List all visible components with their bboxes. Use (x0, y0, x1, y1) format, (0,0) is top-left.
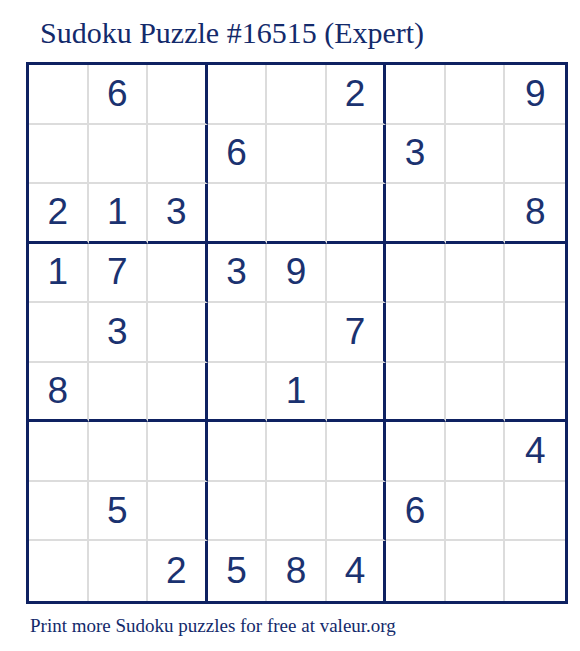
cell-r5c7-empty (386, 303, 446, 363)
cell-r1c6-given: 2 (327, 65, 387, 125)
cell-r9c1-empty (29, 541, 89, 601)
cell-r8c4-empty (208, 482, 268, 542)
cell-r1c7-empty (386, 65, 446, 125)
cell-r1c3-empty (148, 65, 208, 125)
cell-r8c8-empty (446, 482, 506, 542)
cell-r5c3-empty (148, 303, 208, 363)
cell-r6c9-empty (505, 363, 565, 423)
sudoku-printable-page: Sudoku Puzzle #16515 (Expert) 6296321381… (0, 0, 580, 651)
cell-r4c1-given: 1 (29, 244, 89, 304)
cell-r6c1-given: 8 (29, 363, 89, 423)
cell-r2c4-given: 6 (208, 125, 268, 185)
cell-r5c8-empty (446, 303, 506, 363)
cell-r8c1-empty (29, 482, 89, 542)
cell-r8c7-given: 6 (386, 482, 446, 542)
cell-r7c4-empty (208, 422, 268, 482)
cell-r7c2-empty (89, 422, 149, 482)
cell-r3c2-given: 1 (89, 184, 149, 244)
cell-r9c2-empty (89, 541, 149, 601)
cell-r8c3-empty (148, 482, 208, 542)
cell-r8c9-empty (505, 482, 565, 542)
cell-r7c9-given: 4 (505, 422, 565, 482)
cell-r6c3-empty (148, 363, 208, 423)
cell-r5c6-given: 7 (327, 303, 387, 363)
cell-r8c2-given: 5 (89, 482, 149, 542)
cell-r1c5-empty (267, 65, 327, 125)
cell-r3c3-given: 3 (148, 184, 208, 244)
cell-r9c9-empty (505, 541, 565, 601)
cell-r3c5-empty (267, 184, 327, 244)
cell-r3c1-given: 2 (29, 184, 89, 244)
cell-r3c6-empty (327, 184, 387, 244)
cell-r8c5-empty (267, 482, 327, 542)
cell-r3c9-given: 8 (505, 184, 565, 244)
cell-r7c3-empty (148, 422, 208, 482)
cell-r2c9-empty (505, 125, 565, 185)
cell-r6c6-empty (327, 363, 387, 423)
cell-r4c5-given: 9 (267, 244, 327, 304)
cell-r1c9-given: 9 (505, 65, 565, 125)
cell-r5c5-empty (267, 303, 327, 363)
cell-r1c1-empty (29, 65, 89, 125)
cell-r7c8-empty (446, 422, 506, 482)
cell-r6c7-empty (386, 363, 446, 423)
cell-r2c7-given: 3 (386, 125, 446, 185)
cell-r2c1-empty (29, 125, 89, 185)
cell-r4c9-empty (505, 244, 565, 304)
cell-r2c3-empty (148, 125, 208, 185)
cell-r6c5-given: 1 (267, 363, 327, 423)
cell-r2c5-empty (267, 125, 327, 185)
cell-r6c8-empty (446, 363, 506, 423)
cell-r3c7-empty (386, 184, 446, 244)
cell-r1c8-empty (446, 65, 506, 125)
cell-r7c5-empty (267, 422, 327, 482)
cell-r7c7-empty (386, 422, 446, 482)
cell-r9c6-given: 4 (327, 541, 387, 601)
cell-r2c6-empty (327, 125, 387, 185)
cell-r1c2-given: 6 (89, 65, 149, 125)
cell-r9c4-given: 5 (208, 541, 268, 601)
cell-r4c4-given: 3 (208, 244, 268, 304)
cell-r4c8-empty (446, 244, 506, 304)
cell-r5c4-empty (208, 303, 268, 363)
cell-r4c2-given: 7 (89, 244, 149, 304)
cell-r1c4-empty (208, 65, 268, 125)
cell-r9c5-given: 8 (267, 541, 327, 601)
cell-r4c3-empty (148, 244, 208, 304)
cell-r4c7-empty (386, 244, 446, 304)
cell-r4c6-empty (327, 244, 387, 304)
cell-r6c2-empty (89, 363, 149, 423)
cell-r5c2-given: 3 (89, 303, 149, 363)
cell-r9c8-empty (446, 541, 506, 601)
cell-r9c7-empty (386, 541, 446, 601)
footer-text: Print more Sudoku puzzles for free at va… (30, 615, 396, 638)
cell-r7c1-empty (29, 422, 89, 482)
cell-r2c2-empty (89, 125, 149, 185)
cell-r3c4-empty (208, 184, 268, 244)
cell-r2c8-empty (446, 125, 506, 185)
cell-r5c1-empty (29, 303, 89, 363)
sudoku-board: 629632138173937814562584 (26, 62, 568, 604)
cell-r7c6-empty (327, 422, 387, 482)
cell-r8c6-empty (327, 482, 387, 542)
cell-r6c4-empty (208, 363, 268, 423)
page-title: Sudoku Puzzle #16515 (Expert) (40, 16, 424, 49)
cell-r9c3-given: 2 (148, 541, 208, 601)
cell-r3c8-empty (446, 184, 506, 244)
cell-r5c9-empty (505, 303, 565, 363)
